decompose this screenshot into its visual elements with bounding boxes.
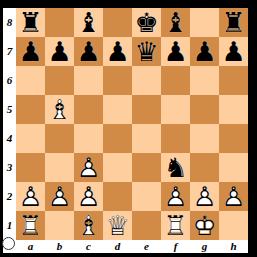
king-icon: ♚ bbox=[132, 8, 161, 37]
piece-white-queen[interactable]: ♛♕ bbox=[103, 211, 132, 240]
pawn-icon: ♟ bbox=[16, 182, 45, 211]
file-label-h: h bbox=[219, 240, 248, 253]
king-outline-icon: ♔ bbox=[190, 211, 219, 240]
square-a1[interactable]: ♜♖ bbox=[16, 211, 45, 240]
square-e7[interactable]: ♛ bbox=[132, 37, 161, 66]
piece-black-knight[interactable]: ♞ bbox=[161, 153, 190, 182]
square-c4[interactable] bbox=[74, 124, 103, 153]
square-f1[interactable]: ♜♖ bbox=[161, 211, 190, 240]
square-f5[interactable] bbox=[161, 95, 190, 124]
pawn-outline-icon: ♙ bbox=[74, 182, 103, 211]
square-h7[interactable]: ♟ bbox=[219, 37, 248, 66]
king-icon: ♚ bbox=[190, 211, 219, 240]
piece-white-bishop[interactable]: ♝♗ bbox=[74, 211, 103, 240]
piece-white-pawn[interactable]: ♟♙ bbox=[74, 182, 103, 211]
pawn-icon: ♟ bbox=[74, 37, 103, 66]
piece-white-rook[interactable]: ♜♖ bbox=[161, 211, 190, 240]
square-f8[interactable]: ♝ bbox=[161, 8, 190, 37]
piece-white-rook[interactable]: ♜♖ bbox=[16, 211, 45, 240]
square-b7[interactable]: ♟ bbox=[45, 37, 74, 66]
rook-outline-icon: ♖ bbox=[16, 211, 45, 240]
square-g1[interactable]: ♚♔ bbox=[190, 211, 219, 240]
piece-white-pawn[interactable]: ♟♙ bbox=[16, 182, 45, 211]
square-c1[interactable]: ♝♗ bbox=[74, 211, 103, 240]
square-c8[interactable]: ♝ bbox=[74, 8, 103, 37]
pawn-icon: ♟ bbox=[103, 37, 132, 66]
bishop-outline-icon: ♗ bbox=[45, 95, 74, 124]
rook-icon: ♜ bbox=[16, 211, 45, 240]
square-a4[interactable] bbox=[16, 124, 45, 153]
square-c2[interactable]: ♟♙ bbox=[74, 182, 103, 211]
pawn-outline-icon: ♙ bbox=[190, 182, 219, 211]
pawn-icon: ♟ bbox=[45, 182, 74, 211]
pawn-icon: ♟ bbox=[219, 182, 248, 211]
square-g6[interactable] bbox=[190, 66, 219, 95]
square-h1[interactable] bbox=[219, 211, 248, 240]
piece-black-pawn[interactable]: ♟ bbox=[190, 37, 219, 66]
rook-icon: ♜ bbox=[161, 211, 190, 240]
pawn-outline-icon: ♙ bbox=[74, 153, 103, 182]
piece-black-pawn[interactable]: ♟ bbox=[74, 37, 103, 66]
square-g7[interactable]: ♟ bbox=[190, 37, 219, 66]
pawn-outline-icon: ♙ bbox=[219, 182, 248, 211]
piece-black-pawn[interactable]: ♟ bbox=[16, 37, 45, 66]
knight-icon: ♞ bbox=[161, 153, 190, 182]
square-d6[interactable] bbox=[103, 66, 132, 95]
rook-outline-icon: ♖ bbox=[161, 211, 190, 240]
square-a7[interactable]: ♟ bbox=[16, 37, 45, 66]
pawn-outline-icon: ♙ bbox=[16, 182, 45, 211]
square-d3[interactable] bbox=[103, 153, 132, 182]
piece-black-pawn[interactable]: ♟ bbox=[103, 37, 132, 66]
piece-black-pawn[interactable]: ♟ bbox=[161, 37, 190, 66]
bishop-icon: ♝ bbox=[45, 95, 74, 124]
piece-white-pawn[interactable]: ♟♙ bbox=[190, 182, 219, 211]
pawn-icon: ♟ bbox=[74, 153, 103, 182]
square-f2[interactable]: ♟♙ bbox=[161, 182, 190, 211]
square-d8[interactable] bbox=[103, 8, 132, 37]
rank-labels-column: 87654321 bbox=[3, 8, 16, 240]
square-h6[interactable] bbox=[219, 66, 248, 95]
square-f3[interactable]: ♞ bbox=[161, 153, 190, 182]
square-f4[interactable] bbox=[161, 124, 190, 153]
square-c6[interactable] bbox=[74, 66, 103, 95]
rook-icon: ♜ bbox=[16, 8, 45, 37]
piece-black-pawn[interactable]: ♟ bbox=[45, 37, 74, 66]
rank-label-8: 8 bbox=[3, 8, 16, 37]
bishop-icon: ♝ bbox=[161, 8, 190, 37]
piece-white-pawn[interactable]: ♟♙ bbox=[219, 182, 248, 211]
piece-black-rook[interactable]: ♜ bbox=[219, 8, 248, 37]
square-b8[interactable] bbox=[45, 8, 74, 37]
rank-label-1: 1 bbox=[3, 211, 16, 240]
square-b1[interactable] bbox=[45, 211, 74, 240]
file-label-d: d bbox=[103, 240, 132, 253]
square-d1[interactable]: ♛♕ bbox=[103, 211, 132, 240]
piece-white-pawn[interactable]: ♟♙ bbox=[74, 153, 103, 182]
queen-icon: ♛ bbox=[103, 211, 132, 240]
piece-white-king[interactable]: ♚♔ bbox=[190, 211, 219, 240]
square-c7[interactable]: ♟ bbox=[74, 37, 103, 66]
square-g5[interactable] bbox=[190, 95, 219, 124]
bishop-icon: ♝ bbox=[74, 211, 103, 240]
pawn-icon: ♟ bbox=[161, 37, 190, 66]
queen-icon: ♛ bbox=[132, 37, 161, 66]
square-a6[interactable] bbox=[16, 66, 45, 95]
pawn-outline-icon: ♙ bbox=[161, 182, 190, 211]
pawn-icon: ♟ bbox=[190, 37, 219, 66]
bishop-icon: ♝ bbox=[74, 8, 103, 37]
square-e6[interactable] bbox=[132, 66, 161, 95]
rank-label-3: 3 bbox=[3, 153, 16, 182]
piece-white-pawn[interactable]: ♟♙ bbox=[45, 182, 74, 211]
piece-white-pawn[interactable]: ♟♙ bbox=[161, 182, 190, 211]
square-f7[interactable]: ♟ bbox=[161, 37, 190, 66]
file-label-a: a bbox=[16, 240, 45, 253]
square-b2[interactable]: ♟♙ bbox=[45, 182, 74, 211]
square-g8[interactable] bbox=[190, 8, 219, 37]
pawn-outline-icon: ♙ bbox=[45, 182, 74, 211]
square-d2[interactable] bbox=[103, 182, 132, 211]
piece-white-bishop[interactable]: ♝♗ bbox=[45, 95, 74, 124]
square-f6[interactable] bbox=[161, 66, 190, 95]
square-d7[interactable]: ♟ bbox=[103, 37, 132, 66]
square-a8[interactable]: ♜ bbox=[16, 8, 45, 37]
square-a5[interactable] bbox=[16, 95, 45, 124]
square-b6[interactable] bbox=[45, 66, 74, 95]
pawn-icon: ♟ bbox=[16, 37, 45, 66]
pawn-icon: ♟ bbox=[74, 182, 103, 211]
square-e8[interactable]: ♚ bbox=[132, 8, 161, 37]
square-g4[interactable] bbox=[190, 124, 219, 153]
square-b3[interactable] bbox=[45, 153, 74, 182]
chess-diagram: 87654321 abcdefgh ♜♝♚♝♜♟♟♟♟♛♟♟♟♝♗♟♙♞♟♙♟♙… bbox=[0, 0, 257, 257]
square-b5[interactable]: ♝♗ bbox=[45, 95, 74, 124]
piece-black-rook[interactable]: ♜ bbox=[16, 8, 45, 37]
file-labels-row: abcdefgh bbox=[3, 240, 248, 253]
pawn-icon: ♟ bbox=[161, 182, 190, 211]
file-label-e: e bbox=[132, 240, 161, 253]
square-e5[interactable] bbox=[132, 95, 161, 124]
square-d4[interactable] bbox=[103, 124, 132, 153]
pawn-icon: ♟ bbox=[219, 37, 248, 66]
square-h4[interactable] bbox=[219, 124, 248, 153]
rank-label-6: 6 bbox=[3, 66, 16, 95]
square-e1[interactable] bbox=[132, 211, 161, 240]
queen-outline-icon: ♕ bbox=[103, 211, 132, 240]
rank-label-4: 4 bbox=[3, 124, 16, 153]
square-h5[interactable] bbox=[219, 95, 248, 124]
chess-board: ♜♝♚♝♜♟♟♟♟♛♟♟♟♝♗♟♙♞♟♙♟♙♟♙♟♙♟♙♟♙♜♖♝♗♛♕♜♖♚♔ bbox=[16, 8, 248, 240]
square-d5[interactable] bbox=[103, 95, 132, 124]
pawn-icon: ♟ bbox=[45, 37, 74, 66]
file-label-g: g bbox=[190, 240, 219, 253]
file-label-f: f bbox=[161, 240, 190, 253]
square-e4[interactable] bbox=[132, 124, 161, 153]
white-to-move-indicator bbox=[2, 237, 15, 250]
rank-label-5: 5 bbox=[3, 95, 16, 124]
square-h8[interactable]: ♜ bbox=[219, 8, 248, 37]
square-g2[interactable]: ♟♙ bbox=[190, 182, 219, 211]
piece-black-bishop[interactable]: ♝ bbox=[161, 8, 190, 37]
square-e2[interactable] bbox=[132, 182, 161, 211]
piece-black-pawn[interactable]: ♟ bbox=[219, 37, 248, 66]
piece-black-king[interactable]: ♚ bbox=[132, 8, 161, 37]
pawn-icon: ♟ bbox=[190, 182, 219, 211]
square-a2[interactable]: ♟♙ bbox=[16, 182, 45, 211]
square-e3[interactable] bbox=[132, 153, 161, 182]
file-label-c: c bbox=[74, 240, 103, 253]
piece-black-queen[interactable]: ♛ bbox=[132, 37, 161, 66]
square-c5[interactable] bbox=[74, 95, 103, 124]
file-label-b: b bbox=[45, 240, 74, 253]
square-a3[interactable] bbox=[16, 153, 45, 182]
square-h2[interactable]: ♟♙ bbox=[219, 182, 248, 211]
square-c3[interactable]: ♟♙ bbox=[74, 153, 103, 182]
rook-icon: ♜ bbox=[219, 8, 248, 37]
square-h3[interactable] bbox=[219, 153, 248, 182]
square-b4[interactable] bbox=[45, 124, 74, 153]
rank-label-7: 7 bbox=[3, 37, 16, 66]
square-g3[interactable] bbox=[190, 153, 219, 182]
rank-label-2: 2 bbox=[3, 182, 16, 211]
piece-black-bishop[interactable]: ♝ bbox=[74, 8, 103, 37]
bishop-outline-icon: ♗ bbox=[74, 211, 103, 240]
